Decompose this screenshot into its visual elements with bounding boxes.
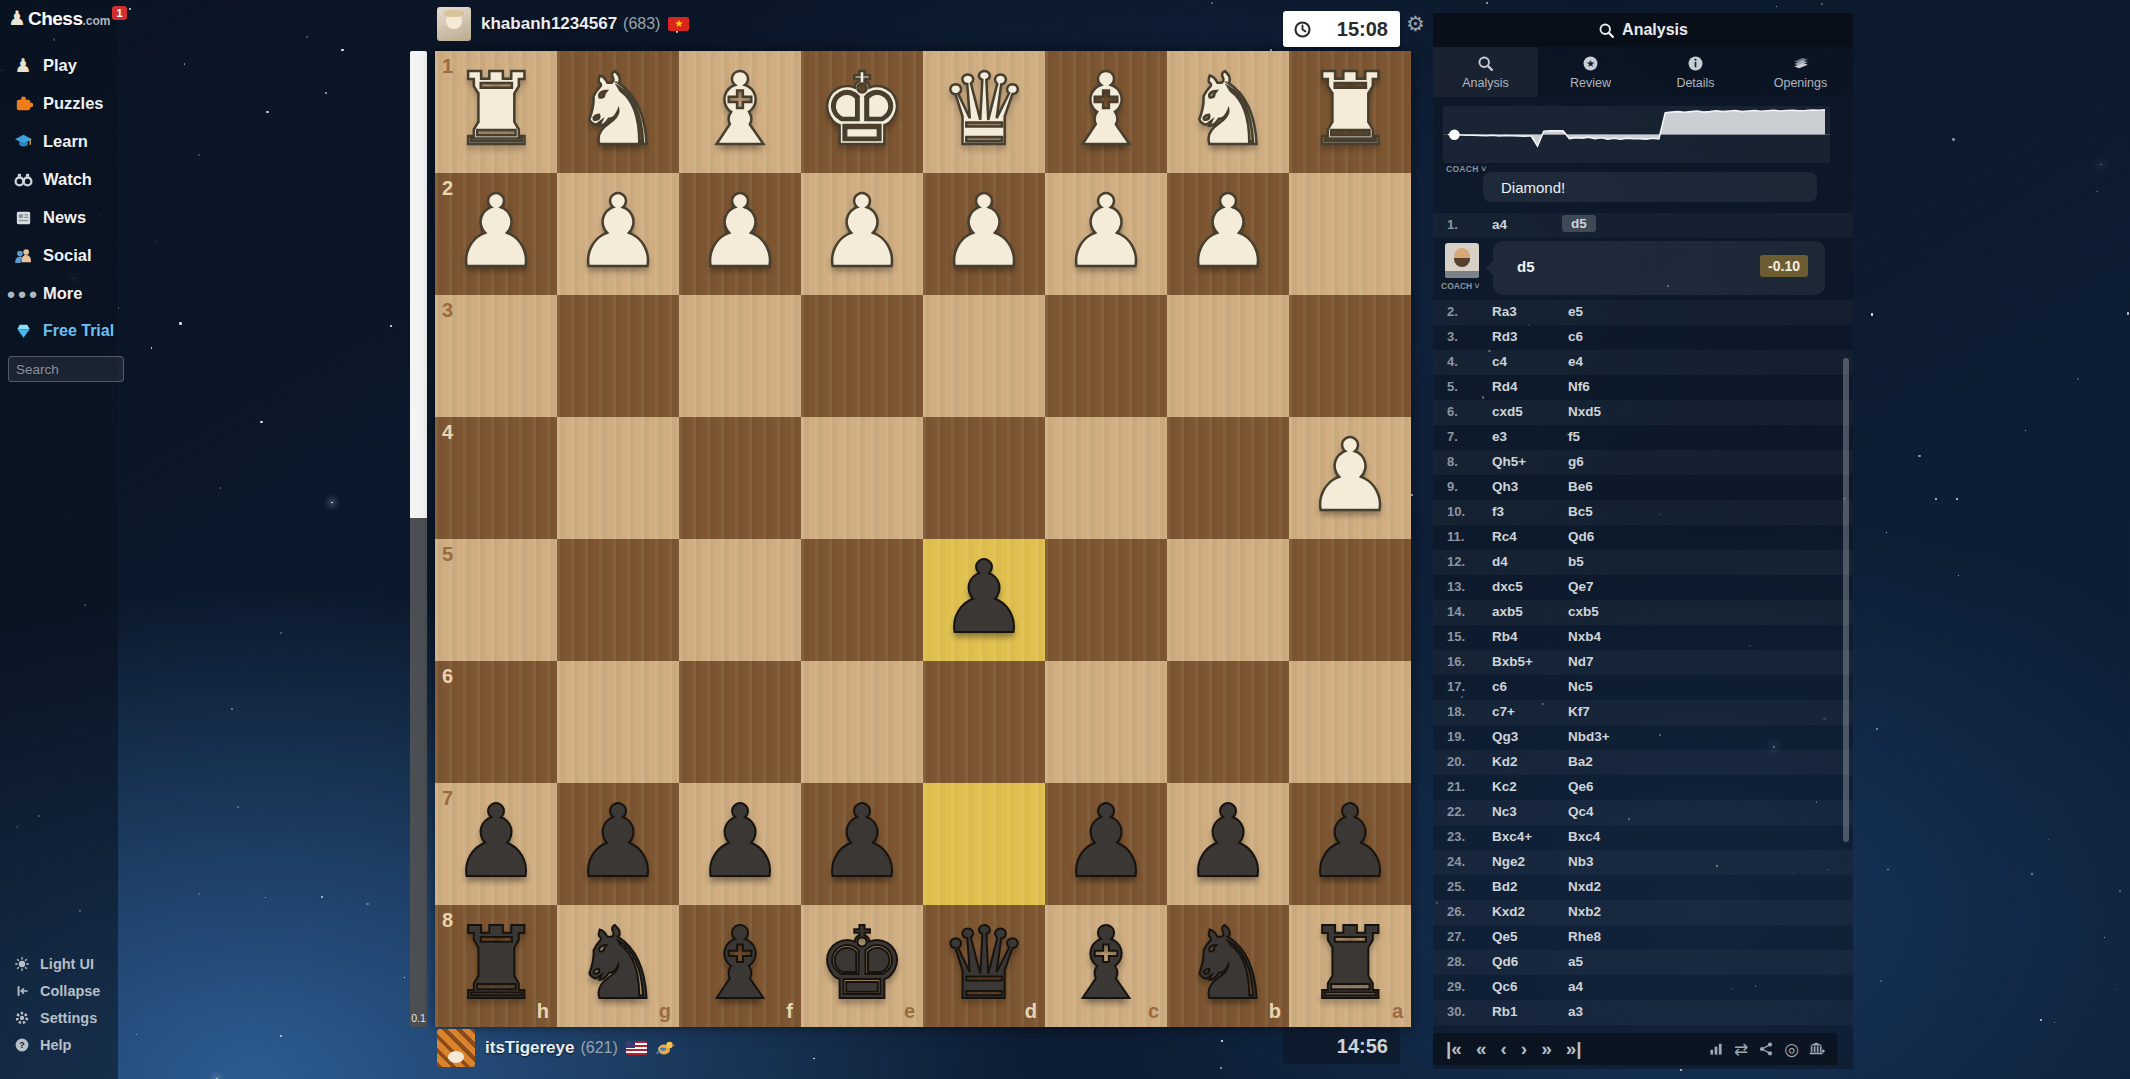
move-number: 13.	[1447, 579, 1465, 594]
current-move-text: d5	[1517, 258, 1535, 275]
move-row: 29.Qc6a4	[1433, 975, 1853, 1000]
evaluation-bar-score: 0.1	[410, 1012, 427, 1024]
top-clock-time: 15:08	[1312, 18, 1400, 41]
black-move[interactable]: Be6	[1568, 479, 1593, 494]
square-d7[interactable]	[923, 783, 1045, 905]
square-a8[interactable]: a♜	[1289, 905, 1411, 1027]
white-move[interactable]: a4	[1492, 217, 1507, 232]
square-f6[interactable]	[679, 661, 801, 783]
white-move[interactable]: Qg3	[1492, 729, 1518, 744]
square-f1[interactable]: ♝	[679, 51, 801, 173]
move-row: 25.Bd2Nxd2	[1433, 875, 1853, 900]
move-row: 18.c7+Kf7	[1433, 700, 1853, 725]
white-move[interactable]: Qc6	[1492, 979, 1518, 994]
white-move[interactable]: Qe5	[1492, 929, 1518, 944]
square-h2[interactable]: 2♟	[435, 173, 557, 295]
top-player-name[interactable]: khabanh1234567	[481, 14, 617, 34]
square-b4[interactable]	[1167, 417, 1289, 539]
white-bishop-c1[interactable]: ♝	[1045, 51, 1167, 173]
sidebar-item-learn[interactable]: Learn	[0, 122, 118, 160]
black-move[interactable]: Nf6	[1568, 379, 1590, 394]
sidebar-item-free-trial[interactable]: Free Trial	[0, 312, 118, 350]
move-row: 30.Rb1a3	[1433, 1000, 1853, 1025]
square-d5[interactable]: ♟	[923, 539, 1045, 661]
black-move[interactable]: a3	[1568, 1004, 1583, 1019]
square-g5[interactable]	[557, 539, 679, 661]
chesscom-logo[interactable]: ♟ Chess .com 1	[8, 8, 127, 30]
sidebar-item-label: Social	[43, 246, 92, 265]
black-move[interactable]: Bxc4	[1568, 829, 1600, 844]
white-move[interactable]: Nc3	[1492, 804, 1517, 819]
star	[237, 806, 239, 808]
star	[1880, 980, 1882, 982]
white-pawn-f2[interactable]: ♟	[679, 173, 801, 295]
black-move[interactable]: c6	[1568, 329, 1583, 344]
white-pawn-d2[interactable]: ♟	[923, 173, 1045, 295]
black-queen-d8[interactable]: ♛	[923, 905, 1045, 1027]
star	[2096, 191, 2097, 192]
puzzle-icon	[12, 93, 34, 113]
black-pawn-e7[interactable]: ♟	[801, 783, 923, 905]
coach-label[interactable]: COACH ˅	[1441, 281, 1480, 291]
black-move[interactable]: Qe7	[1568, 579, 1594, 594]
white-move[interactable]: Qh3	[1492, 479, 1518, 494]
square-g1[interactable]: ♞	[557, 51, 679, 173]
black-move[interactable]: Kf7	[1568, 704, 1590, 719]
first-move-button[interactable]: |«	[1439, 1034, 1469, 1064]
tab-details[interactable]: Details	[1643, 47, 1748, 97]
record-icon[interactable]: ◎	[1784, 1039, 1799, 1059]
tab-label: Details	[1676, 76, 1714, 90]
white-pawn-g2[interactable]: ♟	[557, 173, 679, 295]
sidebar-item-label: Watch	[43, 170, 92, 189]
square-d8[interactable]: d♛	[923, 905, 1045, 1027]
square-a5[interactable]	[1289, 539, 1411, 661]
white-move[interactable]: c7+	[1492, 704, 1515, 719]
square-h1[interactable]: 1♜	[435, 51, 557, 173]
square-f3[interactable]	[679, 295, 801, 417]
black-move[interactable]: f5	[1568, 429, 1580, 444]
coach-evaluation-block: COACH ˅ d5 -0.10	[1433, 240, 1853, 302]
square-e6[interactable]	[801, 661, 923, 783]
star	[1956, 498, 1958, 500]
white-move[interactable]: axb5	[1492, 604, 1523, 619]
notification-badge[interactable]: 1	[112, 6, 126, 20]
board-settings-gear-icon[interactable]: ⚙	[1406, 12, 1425, 36]
move-row: 16.Bxb5+Nd7	[1433, 650, 1853, 675]
black-move[interactable]: Ba2	[1568, 754, 1593, 769]
free-trial-label: Free Trial	[43, 322, 114, 340]
black-move[interactable]: e5	[1568, 304, 1583, 319]
sidebar-item-more[interactable]: ●●●More	[0, 274, 118, 312]
black-move[interactable]: e4	[1568, 354, 1583, 369]
top-player-clock: 15:08	[1283, 11, 1400, 47]
move-number: 25.	[1447, 879, 1465, 894]
newspaper-icon	[12, 207, 34, 227]
black-move[interactable]: Nd7	[1568, 654, 1594, 669]
white-move[interactable]: Bxb5+	[1492, 654, 1533, 669]
svg-text:★: ★	[1586, 58, 1595, 69]
tab-openings[interactable]: Openings	[1748, 47, 1853, 97]
top-player-rating: (683)	[623, 15, 660, 33]
square-a6[interactable]	[1289, 661, 1411, 783]
library-icon[interactable]	[1809, 1041, 1825, 1057]
black-move[interactable]: a5	[1568, 954, 1583, 969]
white-move[interactable]: Qd6	[1492, 954, 1518, 969]
white-move[interactable]: e3	[1492, 429, 1507, 444]
coach-comment-bubble: Diamond!	[1483, 172, 1817, 202]
square-f8[interactable]: f♝	[679, 905, 801, 1027]
share-icon[interactable]	[1758, 1041, 1774, 1057]
black-move-selected[interactable]: d5	[1562, 215, 1596, 232]
white-move[interactable]: Bd2	[1492, 879, 1518, 894]
black-move[interactable]: Nc5	[1568, 679, 1593, 694]
binoculars-icon	[12, 169, 34, 189]
star	[198, 154, 201, 157]
black-move[interactable]: Qe6	[1568, 779, 1594, 794]
avatar[interactable]	[437, 7, 471, 41]
move-number: 10.	[1447, 504, 1465, 519]
square-d1[interactable]: ♛	[923, 51, 1045, 173]
star	[2100, 164, 2102, 166]
bottom-player-name[interactable]: itsTigereye	[485, 1038, 574, 1058]
star	[1220, 1067, 1223, 1070]
move-row: 28.Qd6a5	[1433, 950, 1853, 975]
black-move[interactable]: a4	[1568, 979, 1583, 994]
white-move[interactable]: cxd5	[1492, 404, 1523, 419]
coach-comment-text: Diamond!	[1501, 179, 1565, 196]
square-a2[interactable]	[1289, 173, 1411, 295]
square-a4[interactable]: ♟	[1289, 417, 1411, 539]
move-number: 20.	[1447, 754, 1465, 769]
move-list-scrollbar[interactable]	[1843, 358, 1849, 842]
square-g3[interactable]	[557, 295, 679, 417]
white-move[interactable]: Rd3	[1492, 329, 1518, 344]
sidebar-item-news[interactable]: News	[0, 198, 118, 236]
bottom-clock-time: 14:56	[1283, 1035, 1400, 1058]
back-button[interactable]: ‹	[1493, 1034, 1513, 1064]
bird-icon	[655, 1040, 675, 1056]
white-rook-a1[interactable]: ♜	[1289, 51, 1411, 173]
star	[2054, 1022, 2055, 1023]
black-move[interactable]: Nxd2	[1568, 879, 1601, 894]
square-a1[interactable]: ♜	[1289, 51, 1411, 173]
square-g2[interactable]: ♟	[557, 173, 679, 295]
square-a7[interactable]: ♟	[1289, 783, 1411, 905]
square-b7[interactable]: ♟	[1167, 783, 1289, 905]
black-move[interactable]: cxb5	[1568, 604, 1599, 619]
square-h4[interactable]: 4	[435, 417, 557, 539]
square-d6[interactable]	[923, 661, 1045, 783]
move-number: 29.	[1447, 979, 1465, 994]
sidebar-item-social[interactable]: Social	[0, 236, 118, 274]
tab-analysis[interactable]: Analysis	[1433, 47, 1538, 97]
square-e8[interactable]: e♚	[801, 905, 923, 1027]
panel-title-bar: Analysis	[1433, 13, 1853, 47]
move-row: 7.e3f5	[1433, 425, 1853, 450]
square-b2[interactable]: ♟	[1167, 173, 1289, 295]
white-queen-d1[interactable]: ♛	[923, 51, 1045, 173]
star	[1776, 6, 1777, 7]
star	[390, 325, 392, 327]
sidebar-item-play[interactable]: ♟Play	[0, 46, 118, 84]
move-number: 11.	[1447, 529, 1464, 544]
move-row: 21.Kc2Qe6	[1433, 775, 1853, 800]
square-g6[interactable]	[557, 661, 679, 783]
square-c3[interactable]	[1045, 295, 1167, 417]
white-bishop-f1[interactable]: ♝	[679, 51, 801, 173]
square-e3[interactable]	[801, 295, 923, 417]
white-move[interactable]: Rb4	[1492, 629, 1518, 644]
square-f7[interactable]: ♟	[679, 783, 801, 905]
white-pawn-a4[interactable]: ♟	[1289, 417, 1411, 539]
bottom-player-clock: 14:56	[1283, 1028, 1400, 1064]
move-number: 27.	[1447, 929, 1465, 944]
move-row: 3.Rd3c6	[1433, 325, 1853, 350]
black-move[interactable]: g6	[1568, 454, 1584, 469]
star-circle-icon: ★	[1582, 55, 1599, 73]
square-g4[interactable]	[557, 417, 679, 539]
black-move[interactable]: Nbd3+	[1568, 729, 1610, 744]
search-input[interactable]	[8, 356, 124, 382]
white-move[interactable]: Rb1	[1492, 1004, 1518, 1019]
play-pawn-icon: ♟	[12, 55, 34, 75]
move-number: 28.	[1447, 954, 1465, 969]
star	[260, 421, 263, 424]
white-pawn-c2[interactable]: ♟	[1045, 173, 1167, 295]
star	[179, 322, 182, 325]
white-move[interactable]: c4	[1492, 354, 1507, 369]
square-e7[interactable]: ♟	[801, 783, 923, 905]
square-c2[interactable]: ♟	[1045, 173, 1167, 295]
star	[331, 502, 333, 504]
star	[1918, 455, 1920, 457]
square-b6[interactable]	[1167, 661, 1289, 783]
white-move[interactable]: dxc5	[1492, 579, 1523, 594]
square-c6[interactable]	[1045, 661, 1167, 783]
white-move[interactable]: Qh5+	[1492, 454, 1526, 469]
white-pawn-h2[interactable]: ♟	[435, 173, 557, 295]
star	[366, 903, 368, 905]
move-navigation-bar: |««‹›»»| ⇄◎	[1433, 1033, 1837, 1065]
sidebar: ♟ Chess .com 1 ♟PlayPuzzlesLearnWatchNew…	[0, 0, 118, 1079]
white-move[interactable]: Kc2	[1492, 779, 1517, 794]
square-e1[interactable]: ♚	[801, 51, 923, 173]
vietnam-flag-icon: ★	[668, 17, 689, 31]
sidebar-footer-settings[interactable]: Settings	[0, 1004, 118, 1031]
white-move[interactable]: Rc4	[1492, 529, 1517, 544]
square-b5[interactable]	[1167, 539, 1289, 661]
move-number: 4.	[1447, 354, 1458, 369]
square-f5[interactable]	[679, 539, 801, 661]
evaluation-bar-white-section	[410, 51, 427, 518]
black-pawn-c7[interactable]: ♟	[1045, 783, 1167, 905]
square-f4[interactable]	[679, 417, 801, 539]
evaluation-graph[interactable]	[1443, 106, 1830, 163]
square-g8[interactable]: g♞	[557, 905, 679, 1027]
coach-mini-label[interactable]: COACH ˅	[1446, 164, 1487, 174]
chart-icon[interactable]	[1708, 1041, 1724, 1057]
sidebar-footer-light-ui[interactable]: Light UI	[0, 950, 118, 977]
square-c5[interactable]	[1045, 539, 1167, 661]
black-king-e8[interactable]: ♚	[801, 905, 923, 1027]
star	[1887, 869, 1889, 871]
white-move[interactable]: Ra3	[1492, 304, 1517, 319]
white-rook-h1[interactable]: ♜	[435, 51, 557, 173]
move-number: 9.	[1447, 479, 1458, 494]
star	[341, 49, 344, 52]
help-icon: ?	[12, 1037, 32, 1053]
sidebar-item-puzzles[interactable]: Puzzles	[0, 84, 118, 122]
clock-icon	[1293, 20, 1312, 39]
white-move[interactable]: d4	[1492, 554, 1508, 569]
black-pawn-h7[interactable]: ♟	[435, 783, 557, 905]
square-c1[interactable]: ♝	[1045, 51, 1167, 173]
move-row: 22.Nc3Qc4	[1433, 800, 1853, 825]
panel-tabs: Analysis★ReviewDetailsOpenings	[1433, 47, 1853, 97]
square-c4[interactable]	[1045, 417, 1167, 539]
evaluation-bar: 0.1	[410, 51, 427, 1027]
black-move[interactable]: Qd6	[1568, 529, 1594, 544]
square-h3[interactable]: 3	[435, 295, 557, 417]
black-move[interactable]: Nxd5	[1568, 404, 1601, 419]
move-row: 2.Ra3e5	[1433, 300, 1853, 325]
logo-pawn-icon: ♟	[8, 8, 26, 28]
square-b3[interactable]	[1167, 295, 1289, 417]
black-move[interactable]: Bc5	[1568, 504, 1593, 519]
square-b1[interactable]: ♞	[1167, 51, 1289, 173]
sidebar-item-label: Play	[43, 56, 77, 75]
square-b8[interactable]: b♞	[1167, 905, 1289, 1027]
black-move[interactable]: b5	[1568, 554, 1584, 569]
black-rook-a8[interactable]: ♜	[1289, 905, 1411, 1027]
square-e2[interactable]: ♟	[801, 173, 923, 295]
white-move[interactable]: f3	[1492, 504, 1504, 519]
move-row: 26.Kxd2Nxb2	[1433, 900, 1853, 925]
rank-label-5: 5	[442, 543, 453, 566]
sidebar-item-watch[interactable]: Watch	[0, 160, 118, 198]
sidebar-footer-help[interactable]: ?Help	[0, 1031, 118, 1058]
black-pawn-d5[interactable]: ♟	[923, 539, 1045, 661]
star	[1958, 575, 1960, 577]
square-c7[interactable]: ♟	[1045, 783, 1167, 905]
square-e5[interactable]	[801, 539, 923, 661]
square-g7[interactable]: ♟	[557, 783, 679, 905]
black-rook-h8[interactable]: ♜	[435, 905, 557, 1027]
white-move[interactable]: Nge2	[1492, 854, 1525, 869]
fast-forward-button[interactable]: »	[1534, 1034, 1559, 1064]
star	[1871, 313, 1873, 315]
white-move[interactable]: Bxc4+	[1492, 829, 1532, 844]
square-d4[interactable]	[923, 417, 1045, 539]
white-king-e1[interactable]: ♚	[801, 51, 923, 173]
panel-action-icons: ⇄◎	[1708, 1033, 1825, 1065]
square-h6[interactable]: 6	[435, 661, 557, 783]
move-number: 21.	[1447, 779, 1465, 794]
square-c8[interactable]: c♝	[1045, 905, 1167, 1027]
move-row-1: 1.a4d5	[1433, 213, 1853, 238]
sidebar-footer: Light UICollapseSettings?Help	[0, 950, 118, 1058]
black-bishop-f8[interactable]: ♝	[679, 905, 801, 1027]
flip-board-icon[interactable]: ⇄	[1734, 1039, 1748, 1059]
black-knight-b8[interactable]: ♞	[1167, 905, 1289, 1027]
books-icon	[1792, 55, 1810, 73]
move-row: 24.Nge2Nb3	[1433, 850, 1853, 875]
black-knight-g8[interactable]: ♞	[557, 905, 679, 1027]
tab-review[interactable]: ★Review	[1538, 47, 1643, 97]
black-move[interactable]: Qc4	[1568, 804, 1594, 819]
black-move[interactable]: Nxb4	[1568, 629, 1601, 644]
move-row: 15.Rb4Nxb4	[1433, 625, 1853, 650]
black-pawn-f7[interactable]: ♟	[679, 783, 801, 905]
square-f2[interactable]: ♟	[679, 173, 801, 295]
sidebar-item-label: More	[43, 284, 82, 303]
move-row: 20.Kd2Ba2	[1433, 750, 1853, 775]
square-h5[interactable]: 5	[435, 539, 557, 661]
star	[2119, 890, 2121, 892]
square-e4[interactable]	[801, 417, 923, 539]
star	[1886, 532, 1887, 533]
star	[2116, 989, 2117, 990]
sidebar-footer-collapse[interactable]: Collapse	[0, 977, 118, 1004]
white-knight-g1[interactable]: ♞	[557, 51, 679, 173]
forward-button[interactable]: ›	[1514, 1034, 1534, 1064]
white-pawn-b2[interactable]: ♟	[1167, 173, 1289, 295]
white-pawn-e2[interactable]: ♟	[801, 173, 923, 295]
black-move[interactable]: Rhe8	[1568, 929, 1601, 944]
current-move-bubble: d5 -0.10	[1493, 241, 1825, 295]
avatar[interactable]	[437, 1029, 475, 1067]
black-move[interactable]: Nxb2	[1568, 904, 1601, 919]
square-a3[interactable]	[1289, 295, 1411, 417]
white-move[interactable]: Kd2	[1492, 754, 1518, 769]
star	[1221, 1040, 1223, 1042]
fast-back-button[interactable]: «	[1469, 1034, 1494, 1064]
move-row: 13.dxc5Qe7	[1433, 575, 1853, 600]
black-pawn-g7[interactable]: ♟	[557, 783, 679, 905]
star	[136, 1034, 137, 1035]
sidebar-footer-label: Settings	[40, 1010, 97, 1026]
move-row: 11.Rc4Qd6	[1433, 525, 1853, 550]
coach-avatar[interactable]	[1445, 243, 1479, 278]
white-move[interactable]: c6	[1492, 679, 1507, 694]
move-row: 12.d4b5	[1433, 550, 1853, 575]
black-pawn-a7[interactable]: ♟	[1289, 783, 1411, 905]
square-h7[interactable]: 7♟	[435, 783, 557, 905]
white-move[interactable]: Rd4	[1492, 379, 1518, 394]
move-row: 27.Qe5Rhe8	[1433, 925, 1853, 950]
tab-label: Openings	[1774, 76, 1828, 90]
bottom-player-rating: (621)	[580, 1039, 617, 1057]
white-knight-b1[interactable]: ♞	[1167, 51, 1289, 173]
move-number: 15.	[1447, 629, 1465, 644]
square-d3[interactable]	[923, 295, 1045, 417]
white-move[interactable]: Kxd2	[1492, 904, 1525, 919]
black-pawn-b7[interactable]: ♟	[1167, 783, 1289, 905]
square-d2[interactable]: ♟	[923, 173, 1045, 295]
black-bishop-c8[interactable]: ♝	[1045, 905, 1167, 1027]
square-h8[interactable]: 8h♜	[435, 905, 557, 1027]
star	[1821, 3, 1824, 6]
move-number: 3.	[1447, 329, 1458, 344]
star	[2025, 430, 2026, 431]
star	[1411, 494, 1413, 496]
last-move-button[interactable]: »|	[1559, 1034, 1589, 1064]
black-move[interactable]: Nb3	[1568, 854, 1594, 869]
move-number: 24.	[1447, 854, 1465, 869]
star	[151, 347, 153, 349]
info-circle-icon	[1687, 55, 1704, 73]
